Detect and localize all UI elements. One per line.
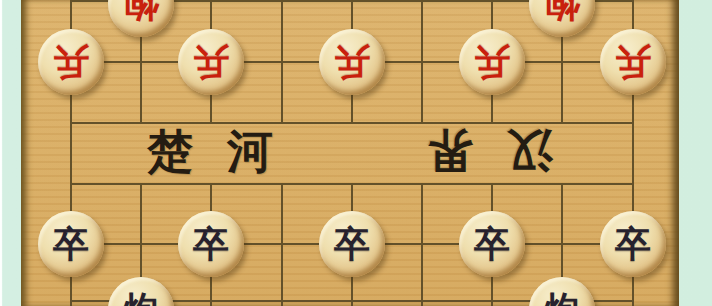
piece-glyph: 兵 — [474, 44, 510, 80]
piece-glyph: 炮 — [123, 292, 159, 306]
grid-line — [632, 124, 634, 183]
piece-glyph: 卒 — [193, 226, 229, 262]
piece-glyph: 卒 — [334, 226, 370, 262]
piece-black-soldier-file9[interactable]: 卒 — [600, 211, 666, 277]
piece-glyph: 卒 — [53, 226, 89, 262]
left-edge-highlight — [0, 0, 2, 306]
piece-glyph: 兵 — [615, 44, 651, 80]
piece-red-soldier-file7[interactable]: 兵 — [459, 29, 525, 95]
grid-line — [281, 183, 283, 306]
piece-glyph: 卒 — [615, 226, 651, 262]
piece-red-soldier-file1[interactable]: 兵 — [38, 29, 104, 95]
piece-glyph: 炮 — [123, 0, 159, 22]
piece-red-soldier-file5[interactable]: 兵 — [319, 29, 385, 95]
piece-glyph: 卒 — [474, 226, 510, 262]
piece-glyph: 炮 — [544, 0, 580, 22]
piece-glyph: 炮 — [544, 292, 580, 306]
piece-glyph: 兵 — [334, 44, 370, 80]
river-label-chu-he: 楚河 — [147, 129, 307, 175]
grid-line — [70, 124, 72, 183]
piece-glyph: 兵 — [193, 44, 229, 80]
piece-glyph: 兵 — [53, 44, 89, 80]
xiangqi-game-scene: 楚河 汉界 炮炮兵兵兵兵兵卒卒卒卒卒炮炮 — [0, 0, 712, 306]
piece-red-soldier-file9[interactable]: 兵 — [600, 29, 666, 95]
piece-black-soldier-file7[interactable]: 卒 — [459, 211, 525, 277]
grid-line — [421, 0, 423, 124]
piece-black-soldier-file1[interactable]: 卒 — [38, 211, 104, 277]
grid-line — [281, 0, 283, 124]
piece-black-soldier-file3[interactable]: 卒 — [178, 211, 244, 277]
piece-black-soldier-file5[interactable]: 卒 — [319, 211, 385, 277]
grid-line — [421, 183, 423, 306]
piece-red-soldier-file3[interactable]: 兵 — [178, 29, 244, 95]
river-label-han-jie: 汉界 — [427, 127, 553, 173]
